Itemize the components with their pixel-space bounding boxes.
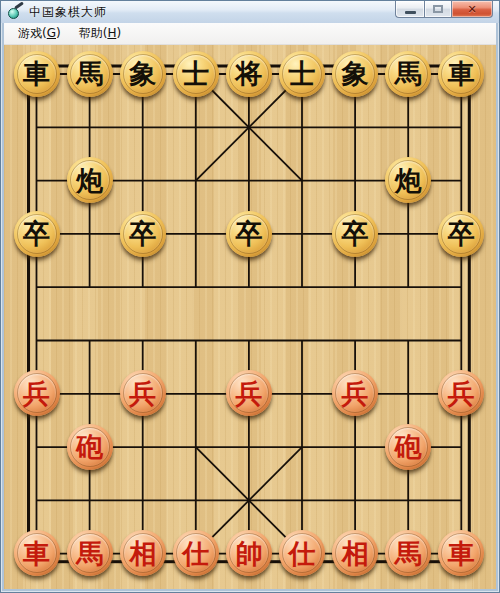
menu-help-label: 帮助( bbox=[79, 26, 108, 40]
piece-red-elephant[interactable]: 相 bbox=[332, 530, 378, 576]
piece-red-soldier[interactable]: 兵 bbox=[438, 370, 484, 416]
app-icon-piece bbox=[8, 8, 19, 19]
piece-red-cannon[interactable]: 砲 bbox=[385, 424, 431, 470]
titlebar[interactable]: 中国象棋大师 ✕ bbox=[1, 1, 499, 23]
app-window: 中国象棋大师 ✕ 游戏(G) 帮助(H) 車馬象士将士象馬車炮炮卒卒卒卒卒兵兵兵… bbox=[0, 0, 500, 593]
piece-black-cannon[interactable]: 炮 bbox=[67, 157, 113, 203]
piece-red-soldier[interactable]: 兵 bbox=[120, 370, 166, 416]
piece-red-soldier[interactable]: 兵 bbox=[14, 370, 60, 416]
window-controls: ✕ bbox=[395, 1, 493, 18]
menubar: 游戏(G) 帮助(H) bbox=[4, 23, 496, 45]
menu-help[interactable]: 帮助(H) bbox=[70, 22, 130, 45]
menu-game-accesskey: G bbox=[47, 26, 56, 40]
maximize-button[interactable] bbox=[424, 1, 451, 18]
maximize-icon bbox=[433, 5, 443, 13]
piece-black-elephant[interactable]: 象 bbox=[120, 51, 166, 97]
piece-black-soldier[interactable]: 卒 bbox=[226, 211, 272, 257]
piece-black-advisor[interactable]: 士 bbox=[279, 51, 325, 97]
piece-black-soldier[interactable]: 卒 bbox=[14, 211, 60, 257]
minimize-button[interactable] bbox=[395, 1, 424, 18]
piece-red-advisor[interactable]: 仕 bbox=[279, 530, 325, 576]
piece-red-chariot[interactable]: 車 bbox=[14, 530, 60, 576]
piece-black-cannon[interactable]: 炮 bbox=[385, 157, 431, 203]
pieces-layer: 車馬象士将士象馬車炮炮卒卒卒卒卒兵兵兵兵兵砲砲車馬相仕帥仕相馬車 bbox=[10, 47, 488, 580]
minimize-icon bbox=[405, 11, 416, 14]
piece-black-elephant[interactable]: 象 bbox=[332, 51, 378, 97]
xiangqi-board[interactable]: 車馬象士将士象馬車炮炮卒卒卒卒卒兵兵兵兵兵砲砲車馬相仕帥仕相馬車 bbox=[4, 45, 496, 589]
piece-black-horse[interactable]: 馬 bbox=[67, 51, 113, 97]
menu-game[interactable]: 游戏(G) bbox=[9, 22, 70, 45]
piece-black-chariot[interactable]: 車 bbox=[14, 51, 60, 97]
piece-black-advisor[interactable]: 士 bbox=[173, 51, 219, 97]
menu-help-label-end: ) bbox=[116, 26, 121, 40]
close-button[interactable]: ✕ bbox=[451, 1, 493, 18]
piece-black-soldier[interactable]: 卒 bbox=[438, 211, 484, 257]
menu-game-label: 游戏( bbox=[18, 26, 47, 40]
piece-red-soldier[interactable]: 兵 bbox=[332, 370, 378, 416]
piece-red-advisor[interactable]: 仕 bbox=[173, 530, 219, 576]
menu-game-label-end: ) bbox=[56, 26, 61, 40]
client-area: 游戏(G) 帮助(H) 車馬象士将士象馬車炮炮卒卒卒卒卒兵兵兵兵兵砲砲車馬相仕帥… bbox=[4, 23, 496, 589]
piece-red-elephant[interactable]: 相 bbox=[120, 530, 166, 576]
window-title: 中国象棋大师 bbox=[29, 4, 107, 21]
piece-black-soldier[interactable]: 卒 bbox=[332, 211, 378, 257]
app-icon bbox=[8, 4, 24, 20]
piece-black-chariot[interactable]: 車 bbox=[438, 51, 484, 97]
piece-black-soldier[interactable]: 卒 bbox=[120, 211, 166, 257]
piece-black-general[interactable]: 将 bbox=[226, 51, 272, 97]
piece-red-general[interactable]: 帥 bbox=[226, 530, 272, 576]
piece-red-cannon[interactable]: 砲 bbox=[67, 424, 113, 470]
piece-red-soldier[interactable]: 兵 bbox=[226, 370, 272, 416]
piece-red-horse[interactable]: 馬 bbox=[67, 530, 113, 576]
piece-red-horse[interactable]: 馬 bbox=[385, 530, 431, 576]
piece-black-horse[interactable]: 馬 bbox=[385, 51, 431, 97]
close-icon: ✕ bbox=[467, 3, 476, 16]
piece-red-chariot[interactable]: 車 bbox=[438, 530, 484, 576]
